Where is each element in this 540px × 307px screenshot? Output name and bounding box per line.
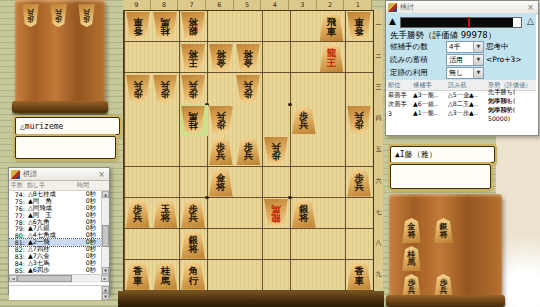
piece-kanji: 車	[327, 27, 337, 37]
piece-kanji: 桂	[188, 120, 198, 130]
file-label: 1	[344, 0, 372, 10]
file-label: 8	[151, 0, 179, 10]
scroll-down-icon[interactable]: ▼	[102, 293, 109, 300]
option-row-joseki: 定跡の利用 無し ▼	[390, 67, 536, 78]
piece-kanji: 兵	[244, 79, 254, 89]
rank-label: 二	[374, 41, 383, 72]
candidate-cell: ▲1一龍‥	[413, 109, 448, 118]
piece-kanji: 兵	[161, 79, 171, 89]
gote-nameplate: △murizeme	[15, 117, 120, 135]
candidate-move-row[interactable]: 3▲1一龍‥△3一歩▲‥先手勝勢( 50000)	[386, 109, 536, 118]
piece-kanji: 桂	[161, 27, 171, 37]
shogi-piece-6二[interactable]: 金将	[209, 44, 233, 73]
piece-kanji: 兵	[299, 120, 309, 130]
file-label: 6	[206, 0, 234, 10]
candidate-cell: △5一金▲‥	[448, 91, 488, 100]
chevron-down-icon[interactable]: ▼	[473, 42, 483, 52]
dropdown-value: 活用	[449, 56, 463, 64]
rank-label: 三	[374, 72, 383, 103]
analysis-window: 検討 × ▲ △ 先手勝勢（評価値 99978） 候補手の数 4手 ▼ 思考中 …	[385, 0, 539, 136]
accumulate-dropdown[interactable]: 活用 ▼	[446, 54, 484, 66]
gote-player-name: △murizeme	[20, 122, 63, 131]
analysis-window-title: 検討	[400, 2, 523, 12]
shogi-piece-8一[interactable]: 桂馬	[153, 12, 177, 41]
shogi-piece-6六[interactable]: 金将	[209, 168, 233, 197]
candidate-cell: 先手勝勢( 50000)	[488, 106, 536, 122]
chevron-down-icon[interactable]: ▼	[473, 68, 483, 78]
piece-kanji: 兵	[133, 213, 143, 223]
piece-kanji: 兵	[244, 151, 254, 161]
evaluation-bar	[400, 17, 522, 28]
kifu-vertical-scrollbar[interactable]: ▲ ▼	[101, 191, 109, 274]
analysis-close-icon[interactable]: ×	[523, 3, 538, 12]
candidate-cell: 3	[386, 110, 413, 117]
scroll-thumb[interactable]	[102, 225, 109, 247]
candidate-cell: ▲6一銀‥	[413, 100, 448, 109]
piece-kanji: 兵	[27, 9, 34, 16]
shogi-piece-4七[interactable]: 龍馬	[264, 199, 288, 228]
kifu-comment-box[interactable]: ▲ ▼	[9, 285, 109, 300]
shogi-piece-7八[interactable]: 銀将	[181, 230, 205, 259]
piece-kanji: 将	[440, 231, 448, 239]
shogi-piece-1九[interactable]: 香車	[347, 261, 371, 290]
rank-label: 七	[374, 197, 383, 228]
shogi-piece-5三[interactable]: 歩兵	[236, 75, 260, 104]
scroll-down-icon[interactable]: ▼	[102, 267, 109, 274]
gote-komadai: 歩兵歩兵歩兵	[15, 0, 105, 113]
piece-kanji: 歩	[83, 16, 90, 23]
star-point	[288, 196, 291, 199]
kifu-cell: 0秒	[80, 266, 97, 274]
evaluation-bar-fill	[401, 18, 513, 27]
piece-kanji: 馬	[161, 17, 171, 27]
option-label: 候補手の数	[390, 42, 444, 52]
rank-label: 一	[374, 10, 383, 41]
kifu-titlebar[interactable]: 棋譜 ×	[9, 168, 109, 181]
app-screen: 歩兵歩兵歩兵 △murizeme 棋譜 × 手数 指し手 時間 ▲ ▼ 74:△…	[0, 0, 540, 307]
file-labels: 987654321	[123, 0, 372, 10]
kifu-horizontal-scrollbar[interactable]: ◄ ►	[9, 274, 109, 283]
header-candidate: 候補手	[413, 81, 448, 90]
star-point	[205, 196, 208, 199]
kifu-cell: 85:	[9, 267, 25, 274]
sente-player-name: ▲I藤（雅）	[395, 149, 437, 160]
shogi-piece-2二[interactable]: 龍王	[319, 44, 343, 73]
option-label: 定跡の利用	[390, 68, 444, 78]
sente-komadai: 金将銀将桂馬歩兵歩兵	[389, 194, 502, 307]
dropdown-value: 4手	[449, 43, 460, 51]
shogi-piece-3七[interactable]: 銀将	[292, 199, 316, 228]
piece-kanji: 香	[354, 27, 364, 37]
shogi-piece-8七[interactable]: 玉将	[153, 199, 177, 228]
rank-labels: 一二三四五六七八九	[374, 10, 383, 290]
scroll-thumb[interactable]	[17, 275, 72, 282]
piece-kanji: 歩	[55, 16, 62, 23]
shogi-board-area: 987654321 香車桂馬銀将飛車香車王将金将金将龍王歩兵歩兵歩兵歩兵桂馬歩兵…	[118, 0, 384, 307]
joseki-dropdown[interactable]: 無し ▼	[446, 67, 484, 79]
shogi-piece-7九[interactable]: 角行	[181, 261, 205, 290]
piece-kanji: 将	[299, 213, 309, 223]
candidate-cell: △8二玉▲‥	[448, 100, 488, 109]
gote-hand-piece[interactable]: 歩兵	[22, 4, 39, 27]
sente-hand-piece[interactable]: 銀将	[434, 218, 453, 243]
header-pv: 読み筋	[448, 81, 488, 90]
file-label: 2	[317, 0, 345, 10]
piece-kanji: 兵	[440, 287, 448, 295]
rank-label: 八	[374, 228, 383, 259]
piece-kanji: 兵	[354, 111, 364, 121]
scroll-up-icon[interactable]: ▲	[102, 286, 109, 293]
piece-kanji: 馬	[188, 111, 198, 121]
evaluation-bar-marker	[468, 17, 470, 28]
header-rank: 順位	[386, 81, 413, 90]
piece-kanji: 車	[133, 17, 143, 27]
analysis-window-icon	[388, 3, 397, 12]
piece-kanji: 銀	[188, 27, 198, 37]
komadai-base	[12, 101, 108, 113]
file-label: 4	[261, 0, 289, 10]
piece-kanji: 王	[327, 58, 337, 68]
piece-kanji: 将	[188, 48, 198, 58]
rank-label: 五	[374, 134, 383, 165]
piece-kanji: 将	[216, 48, 226, 58]
piece-kanji: 歩	[27, 16, 34, 23]
candidates-dropdown[interactable]: 4手 ▼	[446, 41, 484, 53]
comment-scrollbar[interactable]: ▲ ▼	[101, 286, 109, 300]
kifu-window-icon	[11, 170, 20, 179]
shogi-piece-7二[interactable]: 王将	[181, 44, 205, 73]
piece-kanji: 将	[188, 244, 198, 254]
piece-kanji: 将	[244, 48, 254, 58]
file-label: 9	[123, 0, 151, 10]
sente-hand-piece[interactable]: 桂馬	[402, 246, 421, 271]
shogi-piece-1一[interactable]: 香車	[347, 12, 371, 41]
candidate-cell: 次善手	[386, 100, 413, 109]
shogi-piece-9七[interactable]: 歩兵	[126, 199, 150, 228]
piece-kanji: 将	[188, 17, 198, 27]
piece-kanji: 兵	[83, 9, 90, 16]
gote-info-box[interactable]	[15, 136, 116, 159]
option-label: 読みの蓄積	[390, 55, 444, 65]
piece-kanji: 歩	[161, 89, 171, 99]
option-row-accumulate: 読みの蓄積 活用 ▼ <Pro+3>	[390, 54, 536, 65]
piece-kanji: 歩	[354, 120, 364, 130]
star-point	[288, 103, 291, 106]
shogi-piece-5二[interactable]: 金将	[236, 44, 260, 73]
scroll-right-icon[interactable]: ►	[101, 275, 109, 282]
komadai-base	[386, 295, 505, 307]
file-label: 5	[234, 0, 262, 10]
gote-marker: △	[527, 16, 534, 26]
kifu-cell: ▲6四歩	[25, 266, 80, 274]
kifu-close-icon[interactable]: ×	[94, 170, 109, 179]
sente-info-box[interactable]	[390, 164, 491, 189]
piece-kanji: 龍	[271, 213, 281, 223]
shogi-piece-9三[interactable]: 歩兵	[126, 75, 150, 104]
analysis-panel: ▲ △ 先手勝勢（評価値 99978） 候補手の数 4手 ▼ 思考中 読みの蓄積…	[386, 13, 536, 80]
shogi-piece-9一[interactable]: 香車	[126, 12, 150, 41]
piece-kanji: 車	[133, 276, 143, 286]
candidate-moves-table: 順位 候補手 読み筋 形勢（評価値） 最善手▲3一龍‥△5一金▲‥先手勝ち( 9…	[386, 80, 536, 118]
sente-nameplate: ▲I藤（雅）	[390, 146, 495, 163]
rank-label: 九	[374, 259, 383, 290]
piece-kanji: 歩	[271, 151, 281, 161]
piece-kanji: 兵	[216, 111, 226, 121]
shogi-piece-4五[interactable]: 歩兵	[264, 137, 288, 166]
kifu-header-moveno: 手数	[9, 181, 27, 190]
piece-kanji: 兵	[188, 79, 198, 89]
kifu-window: 棋譜 × 手数 指し手 時間 ▲ ▼ 74:△8七桂成0秒75:▲同 角0秒76…	[8, 167, 110, 295]
piece-kanji: 香	[133, 27, 143, 37]
scroll-left-icon[interactable]: ◄	[9, 275, 17, 282]
kifu-window-title: 棋譜	[23, 169, 94, 179]
sente-marker: ▲	[389, 16, 396, 26]
candidate-cell: ▲3一龍‥	[413, 91, 448, 100]
kifu-move-row[interactable]: 85:▲6四歩0秒	[9, 267, 109, 274]
piece-kanji: 兵	[408, 287, 416, 295]
piece-kanji: 兵	[133, 79, 143, 89]
shogi-piece-7一[interactable]: 銀将	[181, 12, 205, 41]
board-grid[interactable]: 香車桂馬銀将飛車香車王将金将金将龍王歩兵歩兵歩兵歩兵桂馬歩兵歩兵歩兵歩兵歩兵歩兵…	[123, 10, 374, 292]
shogi-piece-6五[interactable]: 歩兵	[209, 137, 233, 166]
kifu-column-headers: 手数 指し手 時間	[9, 181, 109, 191]
file-label: 3	[289, 0, 317, 10]
piece-kanji: 兵	[188, 213, 198, 223]
kifu-move-list: ▲ ▼ 74:△8七桂成0秒75:▲同 角0秒76:△同飛成0秒77:▲同 玉0…	[9, 191, 109, 274]
shogi-piece-2一[interactable]: 飛車	[319, 12, 343, 41]
piece-kanji: 兵	[55, 9, 62, 16]
piece-kanji: 馬	[161, 276, 171, 286]
file-label: 7	[178, 0, 206, 10]
piece-kanji: 兵	[354, 182, 364, 192]
dropdown-value: 無し	[449, 69, 463, 77]
piece-kanji: 歩	[216, 120, 226, 130]
shogi-piece-7三[interactable]: 歩兵	[181, 75, 205, 104]
candidate-cell: △3一歩▲‥	[448, 109, 488, 118]
rank-label: 四	[374, 103, 383, 134]
piece-kanji: 歩	[188, 89, 198, 99]
shogi-piece-3四[interactable]: 歩兵	[292, 106, 316, 135]
shogi-piece-6四[interactable]: 歩兵	[209, 106, 233, 135]
board-bottom-edge	[118, 291, 384, 307]
piece-kanji: 兵	[271, 142, 281, 152]
piece-kanji: 車	[354, 276, 364, 286]
gote-hand-piece[interactable]: 歩兵	[50, 4, 67, 27]
piece-kanji: 歩	[244, 89, 254, 99]
thinking-status: 思考中	[486, 42, 538, 52]
candidate-cell: 最善手	[386, 91, 413, 100]
piece-kanji: 馬	[408, 259, 416, 267]
piece-kanji: 行	[188, 276, 198, 286]
scroll-up-icon[interactable]: ▲	[102, 191, 109, 198]
shogi-piece-8三[interactable]: 歩兵	[153, 75, 177, 104]
shogi-piece-1四[interactable]: 歩兵	[347, 106, 371, 135]
gote-hand-piece[interactable]: 歩兵	[78, 4, 95, 27]
kifu-header-move: 指し手	[27, 181, 77, 190]
piece-kanji: 将	[408, 231, 416, 239]
shogi-piece-1六[interactable]: 歩兵	[347, 168, 371, 197]
piece-kanji: 馬	[271, 204, 281, 214]
candidate-rows: 最善手▲3一龍‥△5一金▲‥先手勝ち( 99978)次善手▲6一銀‥△8二玉▲‥…	[386, 91, 536, 118]
chevron-down-icon[interactable]: ▼	[473, 55, 483, 65]
shogi-piece-5五[interactable]: 歩兵	[236, 137, 260, 166]
piece-kanji: 車	[354, 17, 364, 27]
shogi-piece-7七[interactable]: 歩兵	[181, 199, 205, 228]
rank-label: 六	[374, 166, 383, 197]
piece-kanji: 歩	[133, 89, 143, 99]
sente-hand-piece[interactable]: 金将	[402, 218, 421, 243]
option-row-candidates: 候補手の数 4手 ▼ 思考中	[390, 41, 536, 52]
piece-kanji: 兵	[216, 151, 226, 161]
kifu-header-time: 時間	[77, 181, 91, 190]
shogi-piece-9九[interactable]: 香車	[126, 261, 150, 290]
piece-kanji: 将	[161, 213, 171, 223]
engine-level-label: <Pro+3>	[486, 55, 538, 64]
piece-kanji: 将	[216, 182, 226, 192]
shogi-piece-8九[interactable]: 桂馬	[153, 261, 177, 290]
